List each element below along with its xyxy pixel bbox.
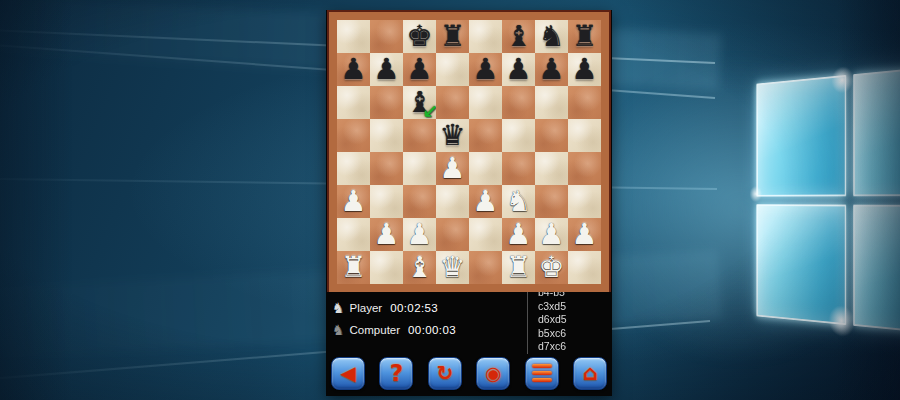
hint-button[interactable]: ?: [379, 357, 413, 390]
black-king: ♚: [403, 20, 436, 53]
chess-app-window: ♚♜♝♞♜♟♟♟♟♟♟♟♝↙♛♟♟♟♞♟♟♟♟♟♜♝♛♜♚ ♞ Player 0…: [326, 10, 612, 396]
back-button[interactable]: ◀: [331, 357, 365, 390]
windows-logo-pane-bottom-right: [853, 204, 900, 336]
white-pawn: ♟: [535, 218, 568, 251]
undo-icon: ↻: [436, 363, 453, 383]
move-entry: c3xd5: [538, 300, 612, 314]
square-g5[interactable]: [535, 119, 568, 152]
white-knight: ♞: [502, 185, 535, 218]
square-a4[interactable]: [337, 152, 370, 185]
white-rook: ♜: [502, 251, 535, 284]
square-e7[interactable]: ♟: [469, 53, 502, 86]
square-h8[interactable]: ♜: [568, 20, 601, 53]
player-knight-icon: ♞: [332, 301, 345, 315]
square-b3[interactable]: [370, 185, 403, 218]
square-g3[interactable]: [535, 185, 568, 218]
exit-icon: ⌂: [582, 363, 597, 384]
chess-board-frame: ♚♜♝♞♜♟♟♟♟♟♟♟♝↙♛♟♟♟♞♟♟♟♟♟♜♝♛♜♚: [329, 12, 609, 292]
square-a1[interactable]: ♜: [337, 251, 370, 284]
square-e5[interactable]: [469, 119, 502, 152]
square-f6[interactable]: [502, 86, 535, 119]
square-g6[interactable]: [535, 86, 568, 119]
square-h7[interactable]: ♟: [568, 53, 601, 86]
square-c4[interactable]: [403, 152, 436, 185]
computer-knight-icon: ♞: [332, 323, 345, 337]
square-e1[interactable]: [469, 251, 502, 284]
white-pawn: ♟: [436, 152, 469, 185]
black-knight: ♞: [535, 20, 568, 53]
square-f4[interactable]: [502, 152, 535, 185]
white-pawn: ♟: [502, 218, 535, 251]
square-e6[interactable]: [469, 86, 502, 119]
square-h2[interactable]: ♟: [568, 218, 601, 251]
square-g4[interactable]: [535, 152, 568, 185]
square-h3[interactable]: [568, 185, 601, 218]
move-list[interactable]: b4-b5c3xd5d6xd5b5xc6d7xc6: [527, 292, 612, 354]
black-bishop: ♝: [502, 20, 535, 53]
square-h6[interactable]: [568, 86, 601, 119]
square-f1[interactable]: ♜: [502, 251, 535, 284]
square-c6[interactable]: ♝↙: [403, 86, 436, 119]
black-pawn: ♟: [403, 53, 436, 86]
square-d1[interactable]: ♛: [436, 251, 469, 284]
move-entry: d7xc6: [538, 340, 612, 354]
square-h4[interactable]: [568, 152, 601, 185]
black-rook: ♜: [568, 20, 601, 53]
undo-button[interactable]: ↻: [428, 357, 462, 390]
black-pawn: ♟: [568, 53, 601, 86]
square-d8[interactable]: ♜: [436, 20, 469, 53]
move-entry: d6xd5: [538, 313, 612, 327]
white-king: ♚: [535, 251, 568, 284]
square-e4[interactable]: [469, 152, 502, 185]
white-pawn: ♟: [337, 185, 370, 218]
windows-logo-pane-bottom-left: [756, 204, 845, 325]
square-b6[interactable]: [370, 86, 403, 119]
square-b5[interactable]: [370, 119, 403, 152]
square-d2[interactable]: [436, 218, 469, 251]
square-c2[interactable]: ♟: [403, 218, 436, 251]
computer-name: Computer: [350, 324, 401, 336]
square-a7[interactable]: ♟: [337, 53, 370, 86]
square-a6[interactable]: [337, 86, 370, 119]
square-a2[interactable]: [337, 218, 370, 251]
white-pawn: ♟: [469, 185, 502, 218]
clocks: ♞ Player 00:02:53 ♞ Computer 00:00:03: [326, 292, 527, 354]
square-f3[interactable]: ♞: [502, 185, 535, 218]
menu-icon: [532, 364, 552, 382]
square-b1[interactable]: [370, 251, 403, 284]
square-c5[interactable]: [403, 119, 436, 152]
square-c3[interactable]: [403, 185, 436, 218]
square-g1[interactable]: ♚: [535, 251, 568, 284]
square-e2[interactable]: [469, 218, 502, 251]
white-pawn: ♟: [403, 218, 436, 251]
square-g8[interactable]: ♞: [535, 20, 568, 53]
windows-logo: [756, 64, 900, 336]
white-bishop: ♝: [403, 251, 436, 284]
view-icon: ◉: [485, 364, 502, 383]
square-b8[interactable]: [370, 20, 403, 53]
square-d6[interactable]: [436, 86, 469, 119]
computer-clock-row: ♞ Computer 00:00:03: [332, 323, 527, 337]
square-e3[interactable]: ♟: [469, 185, 502, 218]
square-c8[interactable]: ♚: [403, 20, 436, 53]
square-e8[interactable]: [469, 20, 502, 53]
square-d4[interactable]: ♟: [436, 152, 469, 185]
back-icon: ◀: [340, 363, 355, 383]
square-h1[interactable]: [568, 251, 601, 284]
square-a5[interactable]: [337, 119, 370, 152]
black-pawn: ♟: [535, 53, 568, 86]
square-f7[interactable]: ♟: [502, 53, 535, 86]
info-panel: ♞ Player 00:02:53 ♞ Computer 00:00:03 b4…: [326, 292, 612, 354]
computer-time: 00:00:03: [408, 324, 456, 336]
hint-icon: ?: [390, 362, 403, 385]
move-entry: b5xc6: [538, 327, 612, 341]
square-f8[interactable]: ♝: [502, 20, 535, 53]
player-name: Player: [350, 302, 383, 314]
player-clock-row: ♞ Player 00:02:53: [332, 301, 527, 315]
toolbar: ◀?↻◉⌂: [326, 354, 612, 396]
white-rook: ♜: [337, 251, 370, 284]
black-pawn: ♟: [469, 53, 502, 86]
square-b4[interactable]: [370, 152, 403, 185]
black-pawn: ♟: [337, 53, 370, 86]
square-f2[interactable]: ♟: [502, 218, 535, 251]
move-entry: b4-b5: [538, 292, 612, 300]
black-queen: ♛: [436, 119, 469, 152]
exit-button[interactable]: ⌂: [573, 357, 607, 390]
square-d3[interactable]: [436, 185, 469, 218]
board: ♚♜♝♞♜♟♟♟♟♟♟♟♝↙♛♟♟♟♞♟♟♟♟♟♜♝♛♜♚: [337, 20, 601, 284]
menu-button[interactable]: [525, 357, 559, 390]
square-b2[interactable]: ♟: [370, 218, 403, 251]
square-g2[interactable]: ♟: [535, 218, 568, 251]
black-pawn: ♟: [502, 53, 535, 86]
black-rook: ♜: [436, 20, 469, 53]
white-pawn: ♟: [568, 218, 601, 251]
player-time: 00:02:53: [390, 302, 438, 314]
windows-logo-pane-top-left: [756, 75, 845, 196]
square-f5[interactable]: [502, 119, 535, 152]
square-c7[interactable]: ♟: [403, 53, 436, 86]
square-h5[interactable]: [568, 119, 601, 152]
windows-logo-pane-top-right: [853, 64, 900, 196]
black-pawn: ♟: [370, 53, 403, 86]
white-queen: ♛: [436, 251, 469, 284]
square-d7[interactable]: [436, 53, 469, 86]
square-c1[interactable]: ♝: [403, 251, 436, 284]
white-pawn: ♟: [370, 218, 403, 251]
view-button[interactable]: ◉: [476, 357, 510, 390]
square-a8[interactable]: [337, 20, 370, 53]
square-a3[interactable]: ♟: [337, 185, 370, 218]
square-d5[interactable]: ♛: [436, 119, 469, 152]
square-b7[interactable]: ♟: [370, 53, 403, 86]
square-g7[interactable]: ♟: [535, 53, 568, 86]
